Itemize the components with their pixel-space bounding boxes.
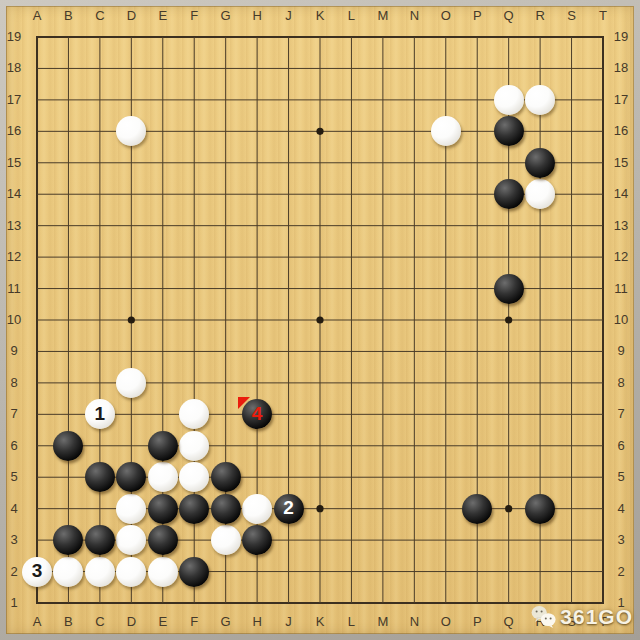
coord-top-K: K	[307, 8, 333, 24]
coord-right-2: 2	[608, 564, 634, 580]
coord-bottom-J: J	[276, 614, 302, 630]
coord-top-G: G	[213, 8, 239, 24]
coord-right-6: 6	[608, 438, 634, 454]
coord-bottom-M: M	[370, 614, 396, 630]
coord-right-9: 9	[608, 343, 634, 359]
stone-black-Q14	[494, 179, 524, 209]
coord-bottom-L: L	[338, 614, 364, 630]
coord-top-L: L	[338, 8, 364, 24]
stone-white-E2	[148, 557, 178, 587]
coord-right-18: 18	[608, 60, 634, 76]
coord-right-5: 5	[608, 469, 634, 485]
coord-top-R: R	[527, 8, 553, 24]
stone-white-F6	[179, 431, 209, 461]
stone-white-H4	[242, 494, 272, 524]
coord-bottom-G: G	[213, 614, 239, 630]
coord-left-9: 9	[1, 343, 27, 359]
coord-bottom-H: H	[244, 614, 270, 630]
coord-bottom-K: K	[307, 614, 333, 630]
coord-left-6: 6	[1, 438, 27, 454]
stone-black-F4	[179, 494, 209, 524]
star-point-D10	[128, 316, 135, 323]
coord-right-17: 17	[608, 92, 634, 108]
coord-top-B: B	[55, 8, 81, 24]
coord-bottom-A: A	[24, 614, 50, 630]
coord-bottom-F: F	[181, 614, 207, 630]
coord-top-J: J	[276, 8, 302, 24]
star-point-K16	[316, 128, 323, 135]
coord-left-1: 1	[1, 595, 27, 611]
coord-left-4: 4	[1, 501, 27, 517]
coord-left-5: 5	[1, 469, 27, 485]
move-number-label-2: 2	[283, 498, 294, 517]
coord-left-16: 16	[1, 123, 27, 139]
coord-right-19: 19	[608, 29, 634, 45]
coord-top-P: P	[464, 8, 490, 24]
coord-right-10: 10	[608, 312, 634, 328]
stone-black-C5	[85, 462, 115, 492]
coord-right-4: 4	[608, 501, 634, 517]
coord-left-7: 7	[1, 406, 27, 422]
coord-left-13: 13	[1, 218, 27, 234]
coord-left-18: 18	[1, 60, 27, 76]
stone-black-G5	[211, 462, 241, 492]
coord-left-15: 15	[1, 155, 27, 171]
wechat-icon	[531, 605, 557, 629]
watermark: 361GO	[531, 605, 633, 629]
coord-top-C: C	[87, 8, 113, 24]
stone-black-F2	[179, 557, 209, 587]
coord-top-E: E	[150, 8, 176, 24]
coord-top-T: T	[590, 8, 616, 24]
coord-left-19: 19	[1, 29, 27, 45]
coord-left-12: 12	[1, 249, 27, 265]
coord-right-12: 12	[608, 249, 634, 265]
stone-black-Q16	[494, 116, 524, 146]
stone-white-Q17	[494, 85, 524, 115]
coord-bottom-O: O	[433, 614, 459, 630]
stone-black-Q11	[494, 274, 524, 304]
move-number-label-4: 4	[252, 404, 263, 423]
coord-bottom-Q: Q	[496, 614, 522, 630]
stone-black-C3	[85, 525, 115, 555]
stone-white-D8	[116, 368, 146, 398]
move-number-label-3: 3	[32, 561, 43, 580]
coord-bottom-N: N	[401, 614, 427, 630]
coord-top-F: F	[181, 8, 207, 24]
coord-right-16: 16	[608, 123, 634, 139]
stone-white-D4	[116, 494, 146, 524]
coord-bottom-C: C	[87, 614, 113, 630]
coord-top-M: M	[370, 8, 396, 24]
coord-right-11: 11	[608, 281, 634, 297]
go-diagram: AABBCCDDEEFFGGHHJJKKLLMMNNOOPPQQRRSSTT19…	[0, 0, 640, 640]
stone-black-E4	[148, 494, 178, 524]
stone-black-R15	[525, 148, 555, 178]
stone-white-A2: 3	[22, 557, 52, 587]
coord-top-Q: Q	[496, 8, 522, 24]
stone-black-J4: 2	[274, 494, 304, 524]
coord-right-13: 13	[608, 218, 634, 234]
stone-white-O16	[431, 116, 461, 146]
stone-black-E3	[148, 525, 178, 555]
coord-bottom-P: P	[464, 614, 490, 630]
stone-white-E5	[148, 462, 178, 492]
stone-white-C2	[85, 557, 115, 587]
stone-black-P4	[462, 494, 492, 524]
star-point-Q10	[505, 316, 512, 323]
coord-top-S: S	[559, 8, 585, 24]
stone-white-D2	[116, 557, 146, 587]
coord-left-10: 10	[1, 312, 27, 328]
coord-left-3: 3	[1, 532, 27, 548]
coord-left-8: 8	[1, 375, 27, 391]
stone-black-G4	[211, 494, 241, 524]
coord-bottom-E: E	[150, 614, 176, 630]
coord-top-A: A	[24, 8, 50, 24]
move-number-label-1: 1	[95, 404, 106, 423]
coord-right-14: 14	[608, 186, 634, 202]
coord-top-D: D	[118, 8, 144, 24]
star-point-K4	[316, 505, 323, 512]
coord-left-11: 11	[1, 281, 27, 297]
stone-black-R4	[525, 494, 555, 524]
stone-white-R17	[525, 85, 555, 115]
coord-right-15: 15	[608, 155, 634, 171]
coord-top-O: O	[433, 8, 459, 24]
coord-bottom-B: B	[55, 614, 81, 630]
coord-right-7: 7	[608, 406, 634, 422]
star-point-K10	[316, 316, 323, 323]
star-point-Q4	[505, 505, 512, 512]
stone-black-E6	[148, 431, 178, 461]
coord-left-17: 17	[1, 92, 27, 108]
coord-top-H: H	[244, 8, 270, 24]
coord-left-14: 14	[1, 186, 27, 202]
stone-white-G3	[211, 525, 241, 555]
watermark-text: 361GO	[560, 605, 633, 629]
stone-white-B2	[53, 557, 83, 587]
stone-white-C7: 1	[85, 399, 115, 429]
coord-right-3: 3	[608, 532, 634, 548]
coord-right-8: 8	[608, 375, 634, 391]
last-move-triangle-marker	[238, 397, 250, 409]
coord-bottom-D: D	[118, 614, 144, 630]
coord-top-N: N	[401, 8, 427, 24]
